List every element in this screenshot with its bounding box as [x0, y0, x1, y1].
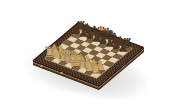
pieces-layer: ♜♞♝♛♚♝♞♜♟♟♟♟♟♟♟♟♟♟♟♟♟♟♟♟♜♞♝♛♚♝♞♜ [0, 0, 175, 105]
piece-black-pawn: ♟ [118, 43, 128, 54]
piece-white-rook: ♜ [89, 62, 102, 76]
chess-set-photo[interactable]: ♜♞♝♛♚♝♞♜♟♟♟♟♟♟♟♟♟♟♟♟♟♟♟♟♜♞♝♛♚♝♞♜ [0, 0, 175, 105]
